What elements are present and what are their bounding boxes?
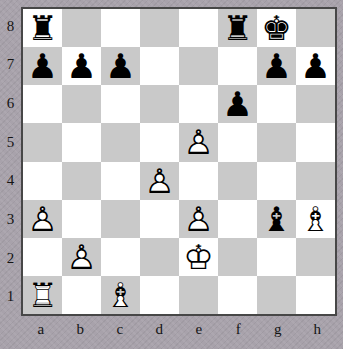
square-a6[interactable]: [23, 85, 62, 123]
rank-labels: 87654321: [0, 7, 21, 316]
square-c3[interactable]: [101, 200, 140, 238]
piece-black-king: ♚: [261, 11, 291, 45]
square-b3[interactable]: [62, 200, 101, 238]
file-label-a: a: [21, 316, 61, 344]
square-g3[interactable]: ♝: [257, 200, 296, 238]
square-h1[interactable]: [296, 276, 335, 314]
square-b4[interactable]: [62, 162, 101, 200]
square-h4[interactable]: [296, 162, 335, 200]
square-a3[interactable]: ♟♙: [23, 200, 62, 238]
square-e7[interactable]: [179, 47, 218, 85]
rank-label-1: 1: [0, 277, 21, 316]
square-b5[interactable]: [62, 123, 101, 161]
square-g5[interactable]: [257, 123, 296, 161]
square-f3[interactable]: [218, 200, 257, 238]
square-c5[interactable]: [101, 123, 140, 161]
square-b1[interactable]: [62, 276, 101, 314]
square-a7[interactable]: ♟: [23, 47, 62, 85]
piece-black-pawn: ♟: [27, 49, 57, 83]
square-f8[interactable]: ♜: [218, 9, 257, 47]
piece-white-pawn: ♟♙: [66, 240, 96, 274]
piece-black-pawn: ♟: [261, 49, 291, 83]
square-b6[interactable]: [62, 85, 101, 123]
rank-label-4: 4: [0, 162, 21, 201]
square-e2[interactable]: ♚♔: [179, 238, 218, 276]
square-c7[interactable]: ♟: [101, 47, 140, 85]
square-d6[interactable]: [140, 85, 179, 123]
square-g8[interactable]: ♚: [257, 9, 296, 47]
piece-black-pawn: ♟: [105, 49, 135, 83]
square-d3[interactable]: [140, 200, 179, 238]
piece-black-rook: ♜: [222, 11, 252, 45]
piece-white-bishop: ♝♗: [105, 278, 135, 312]
square-d7[interactable]: [140, 47, 179, 85]
square-a5[interactable]: [23, 123, 62, 161]
piece-white-pawn: ♟♙: [183, 125, 213, 159]
square-e6[interactable]: [179, 85, 218, 123]
square-d2[interactable]: [140, 238, 179, 276]
square-h8[interactable]: [296, 9, 335, 47]
square-c2[interactable]: [101, 238, 140, 276]
square-e5[interactable]: ♟♙: [179, 123, 218, 161]
square-f5[interactable]: [218, 123, 257, 161]
square-c8[interactable]: [101, 9, 140, 47]
chess-diagram: 87654321 ♜♜♚♟♟♟♟♟♟♟♙♟♙♟♙♟♙♝♝♗♟♙♚♔♜♖♝♗ ab…: [0, 0, 343, 349]
square-d8[interactable]: [140, 9, 179, 47]
file-label-g: g: [258, 316, 298, 344]
piece-black-pawn: ♟: [66, 49, 96, 83]
square-b8[interactable]: [62, 9, 101, 47]
piece-white-pawn: ♟♙: [27, 202, 57, 236]
file-labels: abcdefgh: [21, 316, 337, 344]
square-b7[interactable]: ♟: [62, 47, 101, 85]
square-d5[interactable]: [140, 123, 179, 161]
square-g1[interactable]: [257, 276, 296, 314]
piece-white-bishop: ♝♗: [300, 202, 330, 236]
file-label-f: f: [219, 316, 259, 344]
rank-label-6: 6: [0, 84, 21, 123]
square-h7[interactable]: ♟: [296, 47, 335, 85]
square-h2[interactable]: [296, 238, 335, 276]
square-c4[interactable]: [101, 162, 140, 200]
square-g7[interactable]: ♟: [257, 47, 296, 85]
rank-label-5: 5: [0, 123, 21, 162]
square-e1[interactable]: [179, 276, 218, 314]
square-c6[interactable]: [101, 85, 140, 123]
piece-white-rook: ♜♖: [27, 278, 57, 312]
piece-black-pawn: ♟: [300, 49, 330, 83]
square-d4[interactable]: ♟♙: [140, 162, 179, 200]
square-g4[interactable]: [257, 162, 296, 200]
file-label-d: d: [140, 316, 180, 344]
piece-white-pawn: ♟♙: [183, 202, 213, 236]
piece-white-pawn: ♟♙: [144, 164, 174, 198]
square-f1[interactable]: [218, 276, 257, 314]
rank-label-7: 7: [0, 46, 21, 85]
file-label-b: b: [61, 316, 101, 344]
square-f2[interactable]: [218, 238, 257, 276]
square-a1[interactable]: ♜♖: [23, 276, 62, 314]
rank-label-8: 8: [0, 7, 21, 46]
piece-white-king: ♚♔: [183, 240, 213, 274]
square-h3[interactable]: ♝♗: [296, 200, 335, 238]
square-a8[interactable]: ♜: [23, 9, 62, 47]
square-f6[interactable]: ♟: [218, 85, 257, 123]
square-a4[interactable]: [23, 162, 62, 200]
piece-black-pawn: ♟: [222, 87, 252, 121]
piece-black-rook: ♜: [27, 11, 57, 45]
square-g6[interactable]: [257, 85, 296, 123]
square-a2[interactable]: [23, 238, 62, 276]
square-c1[interactable]: ♝♗: [101, 276, 140, 314]
square-d1[interactable]: [140, 276, 179, 314]
square-e8[interactable]: [179, 9, 218, 47]
square-f7[interactable]: [218, 47, 257, 85]
square-h5[interactable]: [296, 123, 335, 161]
square-e4[interactable]: [179, 162, 218, 200]
rank-label-2: 2: [0, 239, 21, 278]
piece-black-bishop: ♝: [261, 202, 291, 236]
file-label-h: h: [298, 316, 338, 344]
square-h6[interactable]: [296, 85, 335, 123]
chess-board: ♜♜♚♟♟♟♟♟♟♟♙♟♙♟♙♟♙♝♝♗♟♙♚♔♜♖♝♗: [21, 7, 337, 316]
file-label-e: e: [179, 316, 219, 344]
file-label-c: c: [100, 316, 140, 344]
square-b2[interactable]: ♟♙: [62, 238, 101, 276]
rank-label-3: 3: [0, 200, 21, 239]
square-f4[interactable]: [218, 162, 257, 200]
square-e3[interactable]: ♟♙: [179, 200, 218, 238]
square-g2[interactable]: [257, 238, 296, 276]
